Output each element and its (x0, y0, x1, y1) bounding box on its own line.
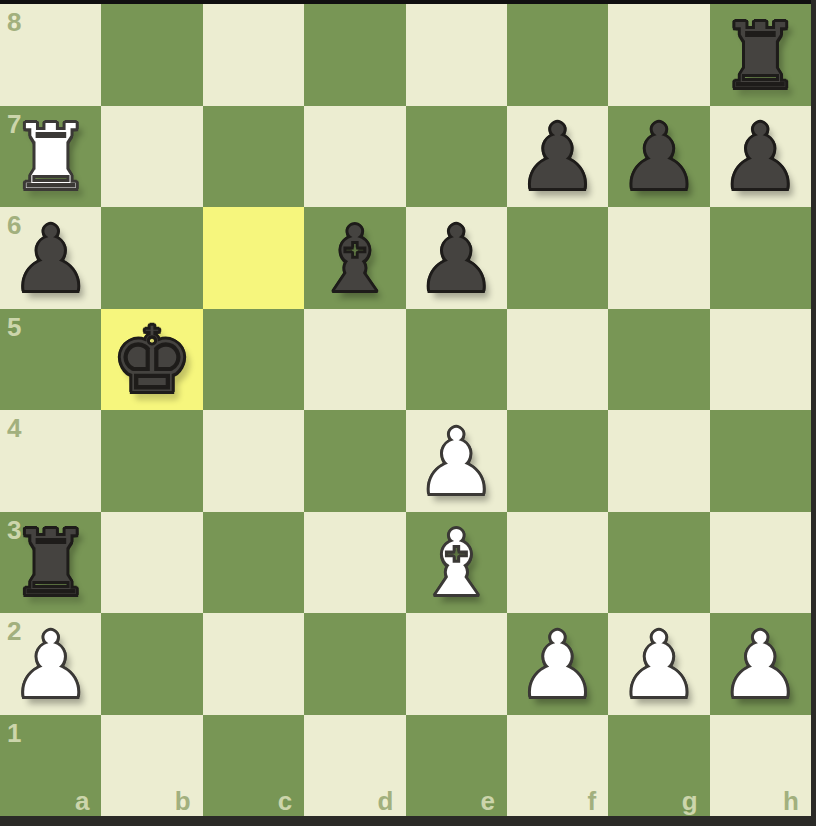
square-c7[interactable] (203, 106, 304, 208)
square-g2[interactable]: ♟ (608, 613, 709, 715)
square-g1[interactable]: g (608, 715, 709, 817)
white-pawn[interactable]: ♟ (608, 615, 709, 717)
square-c5[interactable] (203, 309, 304, 411)
rank-label-1: 1 (7, 720, 21, 746)
black-king[interactable]: ♚ (101, 311, 202, 413)
black-pawn[interactable]: ♟ (406, 209, 507, 311)
square-f6[interactable] (507, 207, 608, 309)
square-h2[interactable]: ♟ (710, 613, 811, 715)
square-a8[interactable]: 8 (0, 4, 101, 106)
square-a6[interactable]: 6♟ (0, 207, 101, 309)
square-a3[interactable]: 3♜ (0, 512, 101, 614)
square-a2[interactable]: 2♟ (0, 613, 101, 715)
black-rook[interactable]: ♜ (0, 514, 101, 616)
square-g6[interactable] (608, 207, 709, 309)
white-pawn[interactable]: ♟ (507, 615, 608, 717)
black-pawn[interactable]: ♟ (0, 209, 101, 311)
chess-app-screen: 8♜7♜♟♟♟6♟♝♟5♚4♟3♜♝2♟♟♟♟1abcdefgh (0, 0, 816, 826)
rank-label-4: 4 (7, 415, 21, 441)
square-f5[interactable] (507, 309, 608, 411)
white-rook[interactable]: ♜ (0, 108, 101, 210)
chess-board: 8♜7♜♟♟♟6♟♝♟5♚4♟3♜♝2♟♟♟♟1abcdefgh (0, 4, 811, 816)
square-d7[interactable] (304, 106, 405, 208)
file-label-d: d (378, 788, 394, 814)
white-pawn[interactable]: ♟ (710, 615, 811, 717)
right-edge-bar (811, 0, 816, 826)
square-f2[interactable]: ♟ (507, 613, 608, 715)
square-b1[interactable]: b (101, 715, 202, 817)
file-label-h: h (783, 788, 799, 814)
black-bishop[interactable]: ♝ (304, 209, 405, 311)
square-c6[interactable] (203, 207, 304, 309)
square-d2[interactable] (304, 613, 405, 715)
square-b2[interactable] (101, 613, 202, 715)
white-bishop[interactable]: ♝ (406, 514, 507, 616)
black-pawn[interactable]: ♟ (507, 108, 608, 210)
square-e5[interactable] (406, 309, 507, 411)
rank-label-5: 5 (7, 314, 21, 340)
square-g8[interactable] (608, 4, 709, 106)
square-f7[interactable]: ♟ (507, 106, 608, 208)
file-label-b: b (175, 788, 191, 814)
square-h1[interactable]: h (710, 715, 811, 817)
black-pawn[interactable]: ♟ (608, 108, 709, 210)
square-b4[interactable] (101, 410, 202, 512)
square-c1[interactable]: c (203, 715, 304, 817)
file-label-a: a (75, 788, 89, 814)
bottom-edge-bar (0, 816, 816, 826)
square-c3[interactable] (203, 512, 304, 614)
square-b8[interactable] (101, 4, 202, 106)
file-label-g: g (682, 788, 698, 814)
black-rook[interactable]: ♜ (710, 6, 811, 108)
file-label-e: e (480, 788, 494, 814)
square-h4[interactable] (710, 410, 811, 512)
square-b6[interactable] (101, 207, 202, 309)
square-h8[interactable]: ♜ (710, 4, 811, 106)
square-c4[interactable] (203, 410, 304, 512)
square-c2[interactable] (203, 613, 304, 715)
square-d3[interactable] (304, 512, 405, 614)
square-g5[interactable] (608, 309, 709, 411)
square-h6[interactable] (710, 207, 811, 309)
square-e4[interactable]: ♟ (406, 410, 507, 512)
square-g7[interactable]: ♟ (608, 106, 709, 208)
square-c8[interactable] (203, 4, 304, 106)
square-b3[interactable] (101, 512, 202, 614)
square-e8[interactable] (406, 4, 507, 106)
rank-label-8: 8 (7, 9, 21, 35)
black-pawn[interactable]: ♟ (710, 108, 811, 210)
square-e7[interactable] (406, 106, 507, 208)
square-a1[interactable]: 1a (0, 715, 101, 817)
square-h3[interactable] (710, 512, 811, 614)
square-h7[interactable]: ♟ (710, 106, 811, 208)
square-e2[interactable] (406, 613, 507, 715)
square-d4[interactable] (304, 410, 405, 512)
square-g3[interactable] (608, 512, 709, 614)
square-e1[interactable]: e (406, 715, 507, 817)
square-g4[interactable] (608, 410, 709, 512)
file-label-c: c (278, 788, 292, 814)
white-pawn[interactable]: ♟ (406, 412, 507, 514)
square-e3[interactable]: ♝ (406, 512, 507, 614)
square-e6[interactable]: ♟ (406, 207, 507, 309)
square-a7[interactable]: 7♜ (0, 106, 101, 208)
white-pawn[interactable]: ♟ (0, 615, 101, 717)
square-a5[interactable]: 5 (0, 309, 101, 411)
square-d8[interactable] (304, 4, 405, 106)
square-b7[interactable] (101, 106, 202, 208)
square-f8[interactable] (507, 4, 608, 106)
square-a4[interactable]: 4 (0, 410, 101, 512)
square-f1[interactable]: f (507, 715, 608, 817)
square-d1[interactable]: d (304, 715, 405, 817)
square-f4[interactable] (507, 410, 608, 512)
square-h5[interactable] (710, 309, 811, 411)
square-f3[interactable] (507, 512, 608, 614)
square-b5[interactable]: ♚ (101, 309, 202, 411)
file-label-f: f (588, 788, 597, 814)
square-d5[interactable] (304, 309, 405, 411)
square-d6[interactable]: ♝ (304, 207, 405, 309)
